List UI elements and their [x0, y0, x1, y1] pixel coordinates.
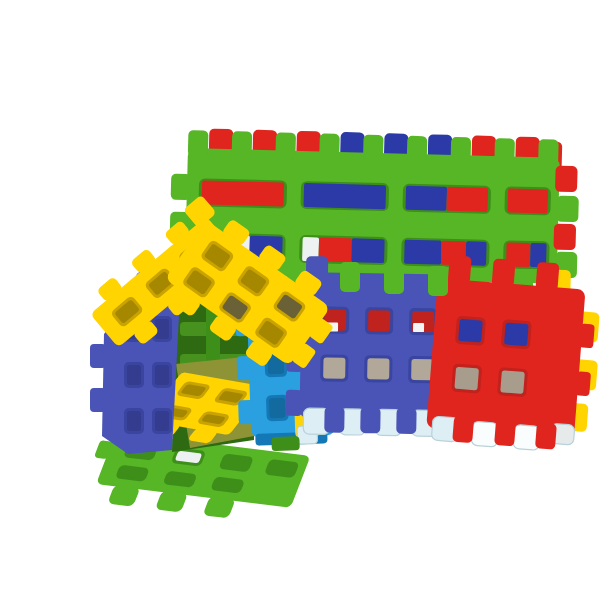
front-right-red-panel	[425, 254, 599, 454]
waffle-blocks-scene	[40, 16, 600, 600]
waffle-blocks-product-photo	[40, 16, 600, 600]
